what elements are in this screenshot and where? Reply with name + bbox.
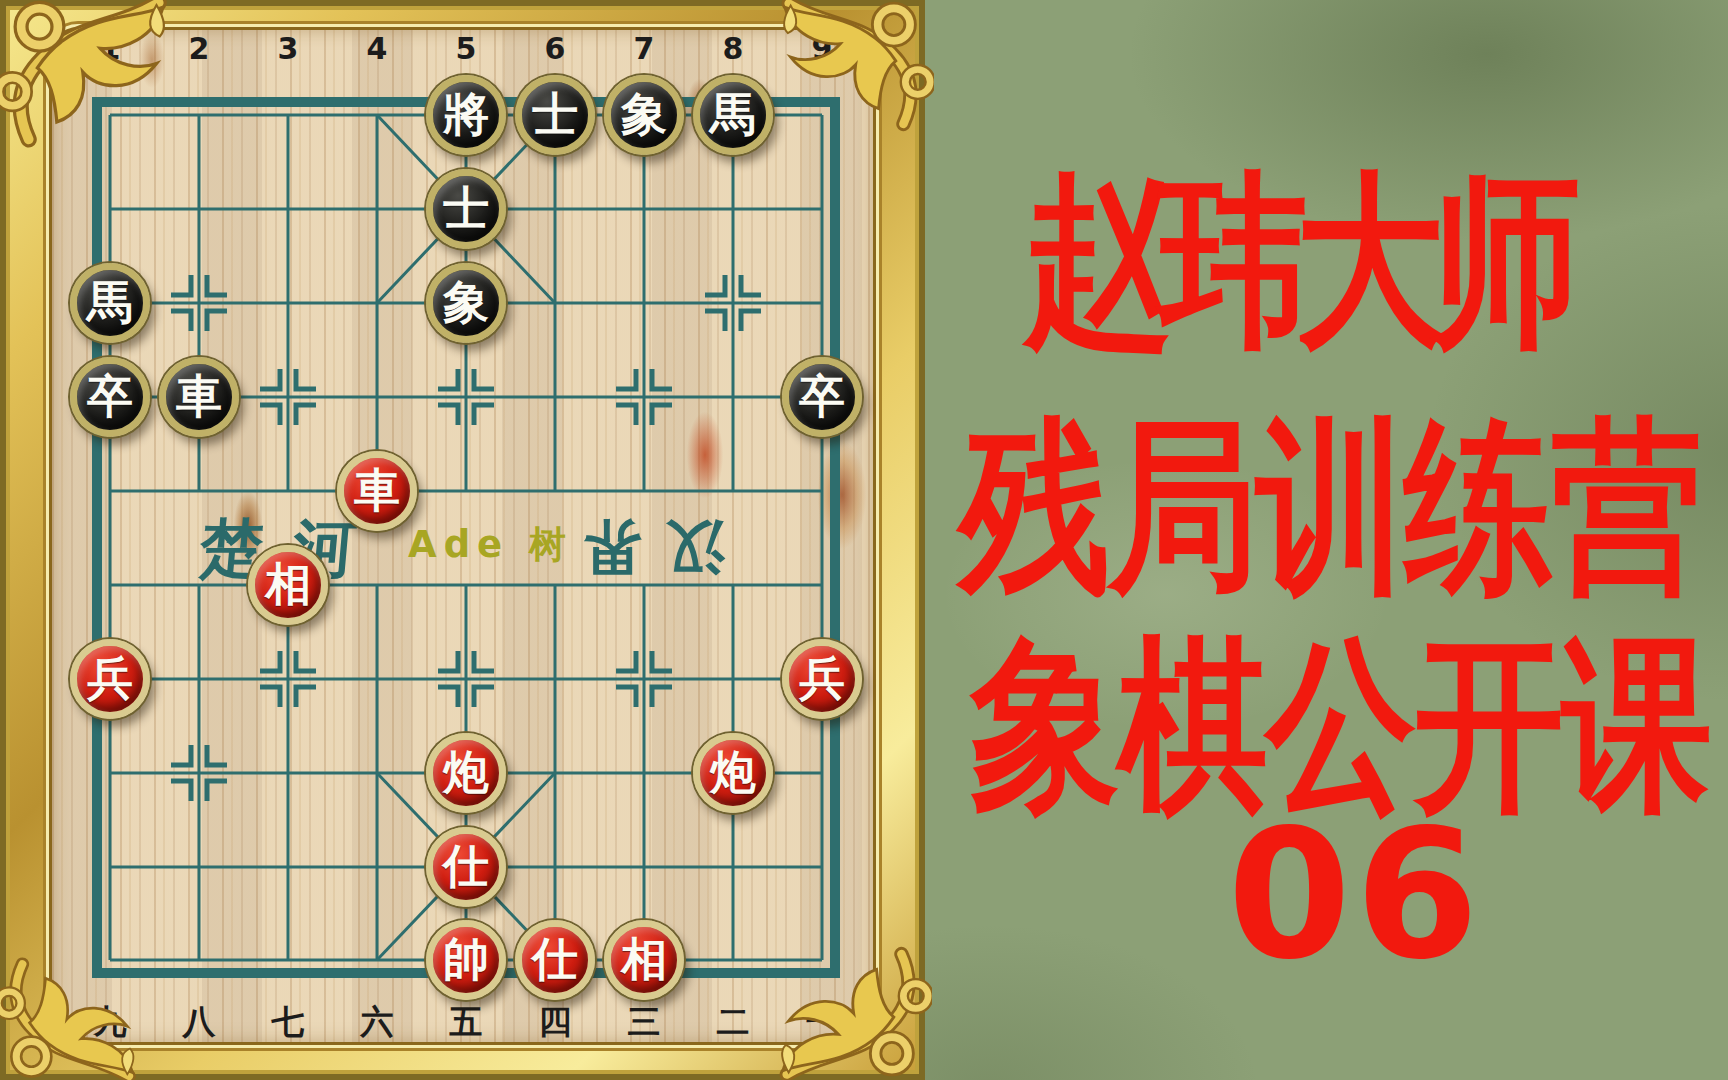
corner-flourish-bottom-right-icon	[760, 912, 932, 1080]
red-piece-相[interactable]: 相	[604, 920, 684, 1000]
red-piece-炮[interactable]: 炮	[693, 733, 773, 813]
file-label-top: 4	[367, 31, 388, 66]
file-label-bottom: 七	[272, 1000, 305, 1045]
file-label-top: 3	[278, 31, 299, 66]
red-piece-兵[interactable]: 兵	[782, 639, 862, 719]
red-piece-相[interactable]: 相	[248, 545, 328, 625]
file-label-bottom: 二	[717, 1000, 750, 1045]
red-piece-仕[interactable]: 仕	[515, 920, 595, 1000]
corner-flourish-bottom-left-icon	[0, 925, 154, 1080]
black-piece-車[interactable]: 車	[159, 357, 239, 437]
black-piece-士[interactable]: 士	[515, 75, 595, 155]
file-label-top: 5	[456, 31, 477, 66]
red-piece-車[interactable]: 車	[337, 451, 417, 531]
file-label-bottom: 三	[628, 1000, 661, 1045]
black-piece-將[interactable]: 將	[426, 75, 506, 155]
corner-flourish-top-right-icon	[762, 0, 934, 166]
file-label-bottom: 六	[361, 1000, 394, 1045]
black-piece-象[interactable]: 象	[604, 75, 684, 155]
red-piece-炮[interactable]: 炮	[426, 733, 506, 813]
screenshot-root: 楚河 汉界 Ade 树 赵玮大师 残局训练营 象棋公开课 06 12345678…	[0, 0, 1728, 1080]
red-piece-兵[interactable]: 兵	[70, 639, 150, 719]
black-piece-卒[interactable]: 卒	[782, 357, 862, 437]
black-piece-馬[interactable]: 馬	[70, 263, 150, 343]
file-label-top: 2	[189, 31, 210, 66]
file-label-top: 8	[723, 31, 744, 66]
red-piece-帥[interactable]: 帥	[426, 920, 506, 1000]
corner-flourish-top-left-icon	[0, 0, 189, 187]
file-label-bottom: 四	[539, 1000, 572, 1045]
black-piece-馬[interactable]: 馬	[693, 75, 773, 155]
file-label-top: 6	[545, 31, 566, 66]
black-piece-士[interactable]: 士	[426, 169, 506, 249]
file-label-bottom: 五	[450, 1000, 483, 1045]
file-label-bottom: 八	[183, 1000, 216, 1045]
black-piece-卒[interactable]: 卒	[70, 357, 150, 437]
file-label-top: 7	[634, 31, 655, 66]
red-piece-仕[interactable]: 仕	[426, 827, 506, 907]
black-piece-象[interactable]: 象	[426, 263, 506, 343]
